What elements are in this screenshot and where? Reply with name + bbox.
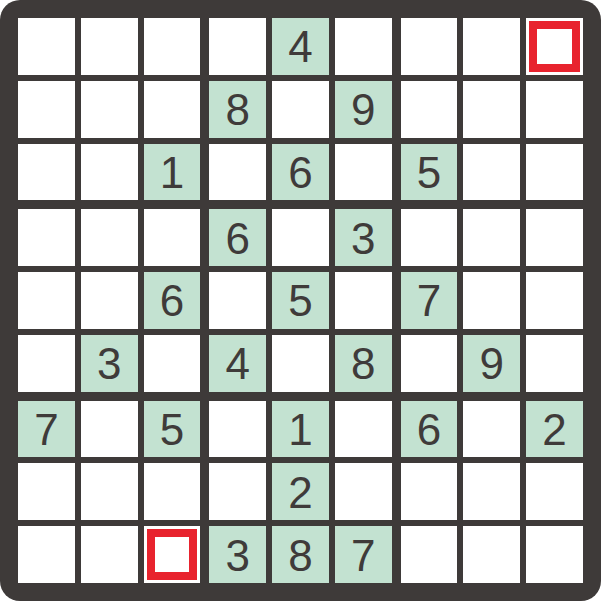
box-1-1: 1 [18, 18, 200, 200]
cell-r4c5[interactable] [272, 209, 329, 266]
box-3-2: 12387 [209, 401, 391, 583]
cell-r8c8[interactable] [463, 463, 520, 520]
cell-r4c9[interactable] [526, 209, 583, 266]
cell-r3c6[interactable] [335, 144, 392, 201]
given-digit: 6 [160, 279, 184, 323]
cell-r5c1[interactable] [18, 272, 75, 329]
given-digit: 1 [160, 151, 184, 195]
cell-r3c5[interactable]: 6 [272, 144, 329, 201]
sudoku-board-grid: 148965636354879751238762 [18, 18, 583, 583]
cell-r2c2[interactable] [81, 81, 138, 138]
cell-r2c5[interactable] [272, 81, 329, 138]
cell-r6c4[interactable]: 4 [209, 335, 266, 392]
cell-r5c5[interactable]: 5 [272, 272, 329, 329]
cell-r4c8[interactable] [463, 209, 520, 266]
given-digit: 3 [351, 217, 375, 261]
given-digit: 8 [351, 342, 375, 386]
cell-r9c5[interactable]: 8 [272, 526, 329, 583]
cell-r4c4[interactable]: 6 [209, 209, 266, 266]
cell-r5c3[interactable]: 6 [144, 272, 201, 329]
cell-r3c3[interactable]: 1 [144, 144, 201, 201]
cell-r2c4[interactable]: 8 [209, 81, 266, 138]
cell-r7c2[interactable] [81, 401, 138, 458]
given-digit: 5 [288, 279, 312, 323]
cell-r7c1[interactable]: 7 [18, 401, 75, 458]
cell-r2c8[interactable] [463, 81, 520, 138]
given-digit: 4 [225, 342, 249, 386]
given-digit: 7 [417, 279, 441, 323]
cell-r1c3[interactable] [144, 18, 201, 75]
given-digit: 2 [542, 408, 566, 452]
given-digit: 9 [351, 88, 375, 132]
box-2-3: 79 [401, 209, 583, 391]
cell-r5c7[interactable]: 7 [401, 272, 458, 329]
cell-r5c4[interactable] [209, 272, 266, 329]
cell-r9c1[interactable] [18, 526, 75, 583]
cell-r1c2[interactable] [81, 18, 138, 75]
red-marker [147, 529, 198, 580]
cell-r8c1[interactable] [18, 463, 75, 520]
cell-r3c9[interactable] [526, 144, 583, 201]
given-digit: 8 [225, 88, 249, 132]
given-digit: 1 [288, 408, 312, 452]
cell-r7c7[interactable]: 6 [401, 401, 458, 458]
cell-r6c1[interactable] [18, 335, 75, 392]
cell-r8c3[interactable] [144, 463, 201, 520]
cell-r1c9[interactable] [526, 18, 583, 75]
cell-r9c6[interactable]: 7 [335, 526, 392, 583]
cell-r1c8[interactable] [463, 18, 520, 75]
cell-r3c2[interactable] [81, 144, 138, 201]
given-digit: 9 [480, 342, 504, 386]
cell-r2c9[interactable] [526, 81, 583, 138]
cell-r1c4[interactable] [209, 18, 266, 75]
cell-r9c9[interactable] [526, 526, 583, 583]
box-1-3: 5 [401, 18, 583, 200]
box-2-2: 63548 [209, 209, 391, 391]
cell-r2c6[interactable]: 9 [335, 81, 392, 138]
box-3-3: 62 [401, 401, 583, 583]
cell-r9c2[interactable] [81, 526, 138, 583]
cell-r5c8[interactable] [463, 272, 520, 329]
cell-r2c3[interactable] [144, 81, 201, 138]
cell-r4c1[interactable] [18, 209, 75, 266]
cell-r5c6[interactable] [335, 272, 392, 329]
cell-r4c7[interactable] [401, 209, 458, 266]
cell-r7c3[interactable]: 5 [144, 401, 201, 458]
cell-r3c4[interactable] [209, 144, 266, 201]
cell-r8c9[interactable] [526, 463, 583, 520]
cell-r6c2[interactable]: 3 [81, 335, 138, 392]
box-3-1: 75 [18, 401, 200, 583]
cell-r5c2[interactable] [81, 272, 138, 329]
cell-r2c1[interactable] [18, 81, 75, 138]
given-digit: 5 [160, 408, 184, 452]
given-digit: 6 [417, 408, 441, 452]
cell-r6c7[interactable] [401, 335, 458, 392]
given-digit: 8 [288, 534, 312, 578]
cell-r3c1[interactable] [18, 144, 75, 201]
given-digit: 6 [288, 151, 312, 195]
given-digit: 3 [225, 534, 249, 578]
box-1-2: 4896 [209, 18, 391, 200]
cell-r5c9[interactable] [526, 272, 583, 329]
cell-r6c5[interactable] [272, 335, 329, 392]
cell-r9c7[interactable] [401, 526, 458, 583]
red-marker [529, 21, 580, 72]
cell-r6c8[interactable]: 9 [463, 335, 520, 392]
cell-r9c8[interactable] [463, 526, 520, 583]
cell-r8c2[interactable] [81, 463, 138, 520]
cell-r1c6[interactable] [335, 18, 392, 75]
box-2-1: 63 [18, 209, 200, 391]
cell-r4c3[interactable] [144, 209, 201, 266]
given-digit: 7 [351, 534, 375, 578]
cell-r7c6[interactable] [335, 401, 392, 458]
cell-r6c3[interactable] [144, 335, 201, 392]
given-digit: 4 [288, 25, 312, 69]
given-digit: 5 [417, 151, 441, 195]
cell-r6c6[interactable]: 8 [335, 335, 392, 392]
given-digit: 6 [225, 217, 249, 261]
cell-r4c2[interactable] [81, 209, 138, 266]
given-digit: 7 [34, 408, 58, 452]
cell-r1c5[interactable]: 4 [272, 18, 329, 75]
sudoku-board: 148965636354879751238762 [0, 0, 601, 601]
cell-r8c4[interactable] [209, 463, 266, 520]
cell-r8c7[interactable] [401, 463, 458, 520]
cell-r1c7[interactable] [401, 18, 458, 75]
cell-r4c6[interactable]: 3 [335, 209, 392, 266]
cell-r7c8[interactable] [463, 401, 520, 458]
cell-r7c5[interactable]: 1 [272, 401, 329, 458]
cell-r7c4[interactable] [209, 401, 266, 458]
cell-r3c7[interactable]: 5 [401, 144, 458, 201]
given-digit: 2 [288, 471, 312, 515]
cell-r9c3[interactable] [144, 526, 201, 583]
cell-r8c5[interactable]: 2 [272, 463, 329, 520]
cell-r8c6[interactable] [335, 463, 392, 520]
given-digit: 3 [97, 342, 121, 386]
cell-r9c4[interactable]: 3 [209, 526, 266, 583]
cell-r2c7[interactable] [401, 81, 458, 138]
cell-r1c1[interactable] [18, 18, 75, 75]
cell-r3c8[interactable] [463, 144, 520, 201]
cell-r6c9[interactable] [526, 335, 583, 392]
cell-r7c9[interactable]: 2 [526, 401, 583, 458]
